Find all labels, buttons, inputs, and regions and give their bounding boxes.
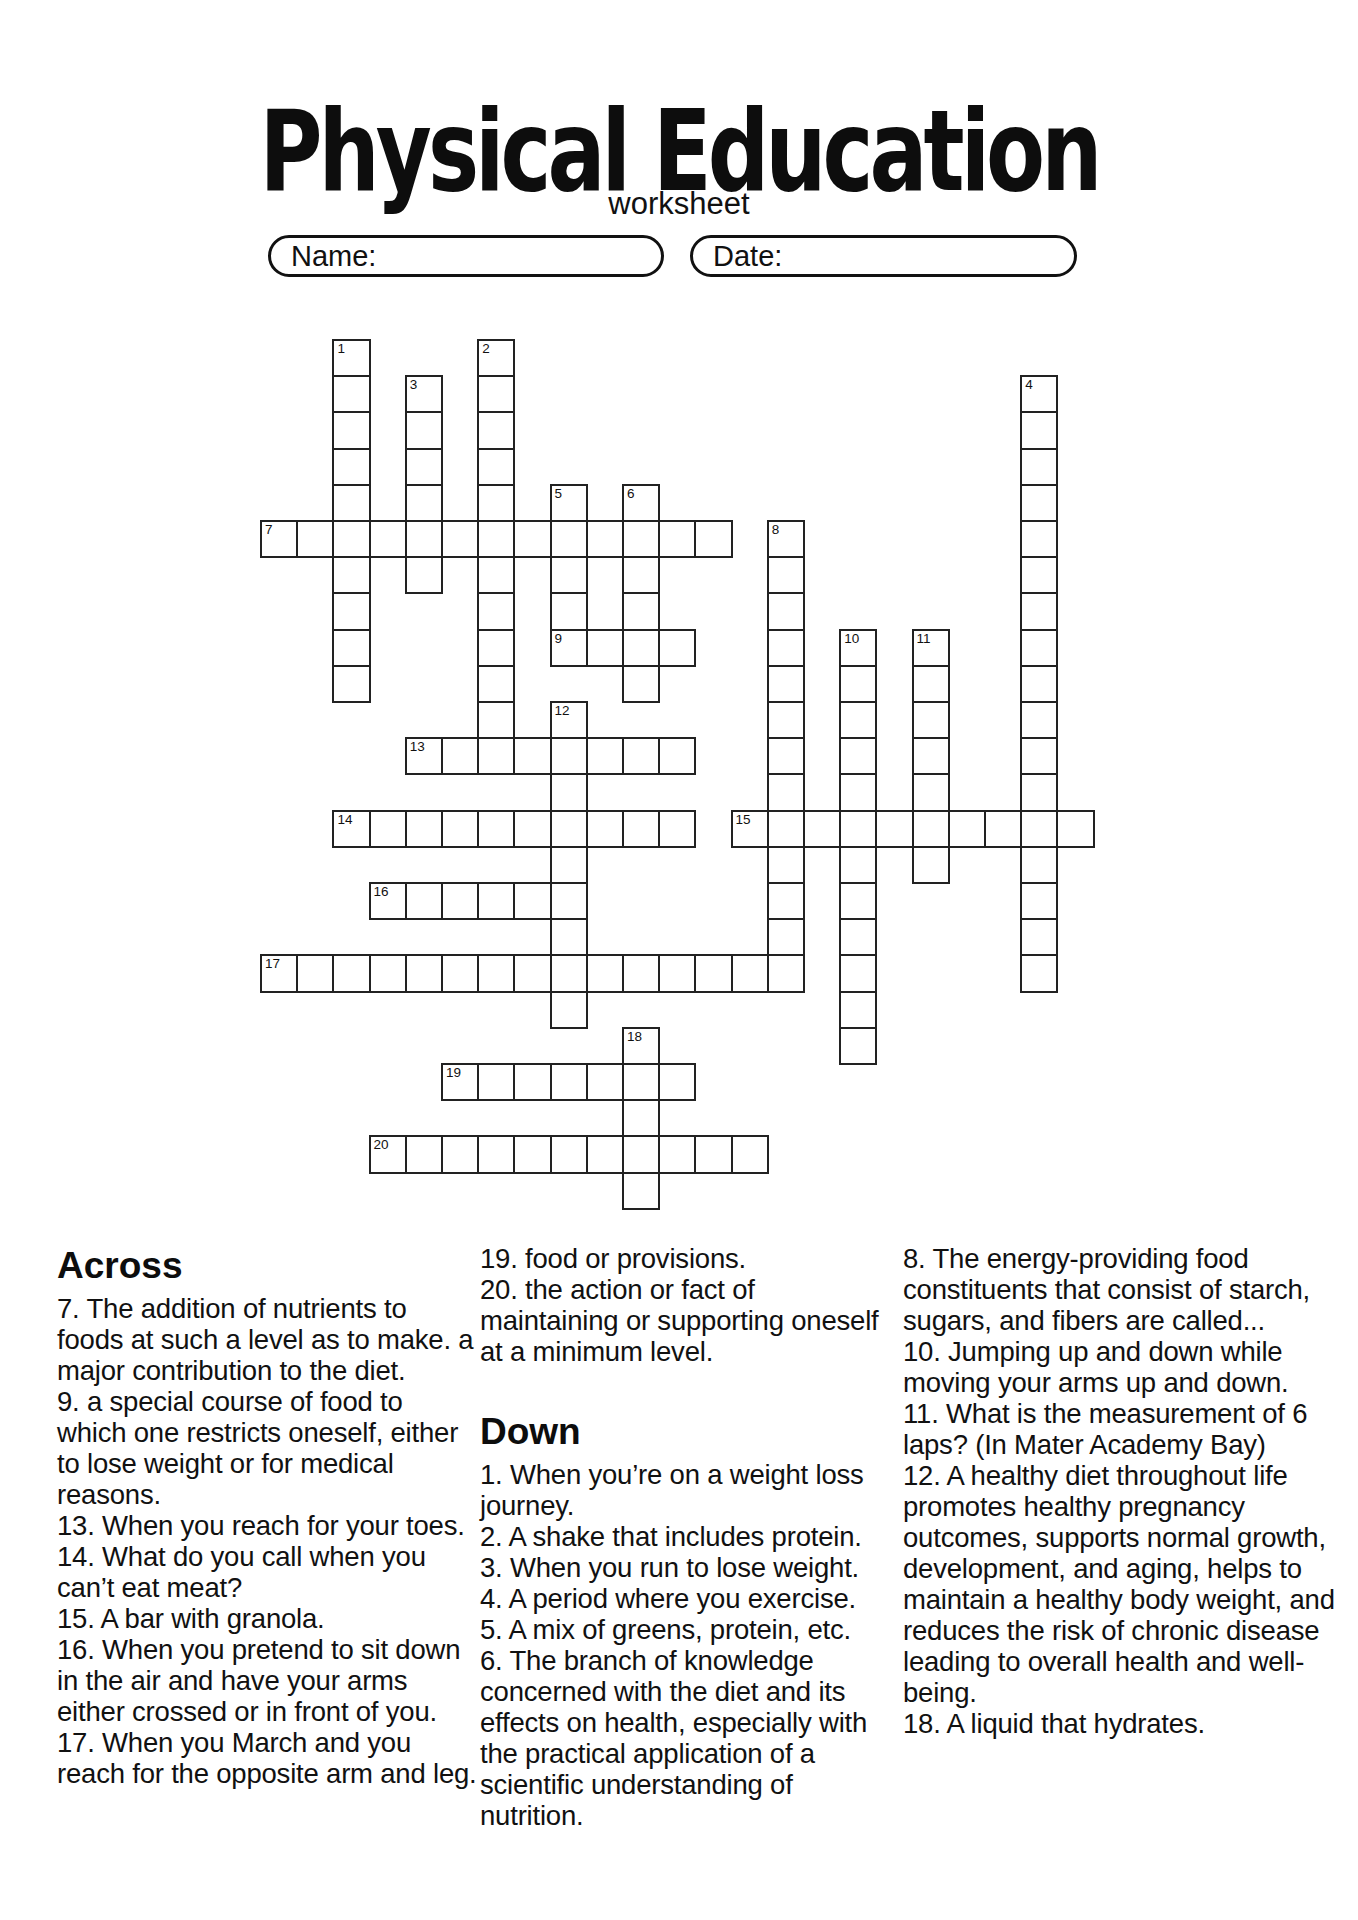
grid-cell[interactable] — [477, 375, 515, 413]
grid-cell[interactable] — [369, 954, 407, 992]
clue-number: 8 — [772, 522, 780, 537]
grid-cell[interactable] — [658, 737, 696, 775]
grid-cell[interactable] — [622, 1063, 660, 1101]
grid-cell[interactable] — [405, 484, 443, 522]
clue: 15. A bar with granola. — [57, 1603, 477, 1634]
grid-cell[interactable] — [441, 737, 479, 775]
grid-cell[interactable] — [369, 520, 407, 558]
grid-cell[interactable] — [550, 520, 588, 558]
grid-cell[interactable] — [550, 737, 588, 775]
grid-cell[interactable] — [477, 737, 515, 775]
grid-cell[interactable] — [767, 592, 805, 630]
grid-cell[interactable] — [477, 484, 515, 522]
grid-cell[interactable] — [658, 1063, 696, 1101]
clue-number: 9 — [555, 631, 563, 646]
grid-cell[interactable] — [477, 1063, 515, 1101]
grid-cell[interactable] — [1020, 918, 1058, 956]
worksheet-page: Physical Education worksheet Name: Date:… — [0, 0, 1358, 1920]
grid-cell[interactable] — [622, 520, 660, 558]
grid-cell[interactable] — [477, 629, 515, 667]
clue-number: 2 — [482, 341, 490, 356]
grid-cell[interactable]: 14 — [332, 810, 370, 848]
clue-block: Down1. When you’re on a weight loss jour… — [480, 1409, 880, 1831]
grid-cell[interactable] — [622, 1135, 660, 1173]
clue: 5. A mix of greens, protein, etc. — [480, 1614, 880, 1645]
clue-number: 18 — [627, 1029, 642, 1044]
grid-cell[interactable]: 6 — [622, 484, 660, 522]
grid-cell[interactable] — [767, 918, 805, 956]
grid-cell[interactable] — [1020, 556, 1058, 594]
grid-cell[interactable] — [332, 556, 370, 594]
grid-cell[interactable] — [296, 954, 334, 992]
grid-cell[interactable] — [477, 810, 515, 848]
clue: 17. When you March and you reach for the… — [57, 1727, 477, 1789]
grid-cell[interactable] — [622, 1172, 660, 1210]
grid-cell[interactable] — [912, 665, 950, 703]
grid-cell[interactable] — [1020, 846, 1058, 884]
grid-cell[interactable] — [586, 954, 624, 992]
grid-cell[interactable] — [405, 556, 443, 594]
clue-number: 19 — [446, 1065, 461, 1080]
clue: 14. What do you call when you can’t eat … — [57, 1541, 477, 1603]
clue-number: 17 — [265, 956, 280, 971]
grid-cell[interactable] — [332, 411, 370, 449]
clue-number: 20 — [374, 1137, 389, 1152]
name-field[interactable]: Name: — [268, 235, 664, 277]
grid-cell[interactable] — [477, 448, 515, 486]
clue-number: 15 — [736, 812, 751, 827]
grid-cell[interactable]: 1 — [332, 339, 370, 377]
clue-column: Across7. The addition of nutrients to fo… — [57, 1243, 477, 1789]
grid-cell[interactable] — [839, 1027, 877, 1065]
clue: 11. What is the measurement of 6 laps? (… — [903, 1398, 1337, 1460]
grid-cell[interactable] — [550, 1135, 588, 1173]
grid-cell[interactable] — [1020, 592, 1058, 630]
clue: 12. A healthy diet throughout life promo… — [903, 1460, 1337, 1708]
grid-cell[interactable] — [441, 810, 479, 848]
name-label: Name: — [271, 238, 376, 275]
grid-cell[interactable] — [332, 954, 370, 992]
grid-cell[interactable] — [477, 411, 515, 449]
grid-cell[interactable] — [477, 520, 515, 558]
grid-cell[interactable] — [622, 556, 660, 594]
grid-cell[interactable]: 18 — [622, 1027, 660, 1065]
clue-number: 12 — [555, 703, 570, 718]
grid-cell[interactable] — [731, 1135, 769, 1173]
grid-cell[interactable] — [513, 882, 551, 920]
grid-cell[interactable] — [622, 737, 660, 775]
grid-cell[interactable] — [658, 1135, 696, 1173]
grid-cell[interactable] — [332, 448, 370, 486]
grid-cell[interactable] — [1020, 484, 1058, 522]
grid-cell[interactable] — [948, 810, 986, 848]
grid-cell[interactable]: 4 — [1020, 375, 1058, 413]
grid-cell[interactable] — [1020, 810, 1058, 848]
date-label: Date: — [693, 238, 782, 275]
grid-cell[interactable] — [839, 954, 877, 992]
clue-number: 5 — [555, 486, 563, 501]
grid-cell[interactable] — [622, 1099, 660, 1137]
grid-cell[interactable] — [550, 556, 588, 594]
clue-number: 14 — [337, 812, 352, 827]
grid-cell[interactable] — [1020, 665, 1058, 703]
grid-cell[interactable]: 7 — [260, 520, 298, 558]
grid-cell[interactable] — [550, 773, 588, 811]
grid-cell[interactable] — [1020, 629, 1058, 667]
grid-cell[interactable]: 15 — [731, 810, 769, 848]
grid-cell[interactable] — [984, 810, 1022, 848]
grid-cell[interactable] — [767, 773, 805, 811]
clue-number: 11 — [917, 631, 931, 646]
grid-cell[interactable] — [622, 810, 660, 848]
grid-cell[interactable] — [513, 1135, 551, 1173]
grid-cell[interactable] — [912, 737, 950, 775]
grid-cell[interactable]: 20 — [369, 1135, 407, 1173]
grid-cell[interactable] — [405, 882, 443, 920]
grid-cell[interactable] — [477, 1135, 515, 1173]
grid-cell[interactable] — [767, 629, 805, 667]
grid-cell[interactable] — [1020, 448, 1058, 486]
grid-cell[interactable] — [586, 520, 624, 558]
clue-block: 8. The energy-providing food constituent… — [903, 1243, 1337, 1739]
grid-cell[interactable] — [839, 810, 877, 848]
grid-cell[interactable] — [550, 954, 588, 992]
grid-cell[interactable] — [839, 665, 877, 703]
grid-cell[interactable] — [658, 520, 696, 558]
grid-cell[interactable] — [912, 810, 950, 848]
grid-cell[interactable] — [1056, 810, 1094, 848]
grid-cell[interactable]: 17 — [260, 954, 298, 992]
grid-cell[interactable] — [586, 1135, 624, 1173]
grid-cell[interactable] — [1020, 411, 1058, 449]
grid-cell[interactable] — [839, 918, 877, 956]
grid-cell[interactable]: 8 — [767, 520, 805, 558]
grid-cell[interactable] — [694, 1135, 732, 1173]
grid-cell[interactable] — [477, 556, 515, 594]
grid-cell[interactable] — [550, 1063, 588, 1101]
grid-cell[interactable]: 10 — [839, 629, 877, 667]
grid-cell[interactable] — [622, 592, 660, 630]
grid-cell[interactable] — [477, 882, 515, 920]
grid-cell[interactable] — [441, 1135, 479, 1173]
grid-cell[interactable] — [1020, 954, 1058, 992]
clue: 20. the action or fact of maintaining or… — [480, 1274, 880, 1367]
grid-cell[interactable] — [694, 520, 732, 558]
grid-cell[interactable] — [441, 520, 479, 558]
grid-cell[interactable] — [839, 701, 877, 739]
grid-cell[interactable] — [405, 810, 443, 848]
grid-cell[interactable] — [332, 484, 370, 522]
clue-block: Across7. The addition of nutrients to fo… — [57, 1243, 477, 1789]
grid-cell[interactable] — [622, 665, 660, 703]
grid-cell[interactable] — [767, 701, 805, 739]
clue: 18. A liquid that hydrates. — [903, 1708, 1337, 1739]
grid-cell[interactable] — [767, 882, 805, 920]
grid-cell[interactable] — [767, 737, 805, 775]
clue: 16. When you pretend to sit down in the … — [57, 1634, 477, 1727]
clue-block: 19. food or provisions.20. the action or… — [480, 1243, 880, 1367]
grid-cell[interactable] — [513, 737, 551, 775]
clue-number: 6 — [627, 486, 635, 501]
clue-number: 4 — [1025, 377, 1033, 392]
grid-cell[interactable] — [658, 954, 696, 992]
grid-cell[interactable]: 11 — [912, 629, 950, 667]
grid-cell[interactable] — [550, 918, 588, 956]
grid-cell[interactable] — [513, 810, 551, 848]
grid-cell[interactable] — [405, 1135, 443, 1173]
grid-cell[interactable] — [767, 665, 805, 703]
grid-cell[interactable] — [441, 954, 479, 992]
clue-number: 1 — [337, 341, 345, 356]
grid-cell[interactable] — [332, 375, 370, 413]
grid-cell[interactable] — [586, 810, 624, 848]
grid-cell[interactable] — [1020, 701, 1058, 739]
grid-cell[interactable] — [839, 991, 877, 1029]
grid-cell[interactable] — [767, 846, 805, 884]
grid-cell[interactable]: 3 — [405, 375, 443, 413]
date-field[interactable]: Date: — [690, 235, 1077, 277]
grid-cell[interactable] — [839, 773, 877, 811]
grid-cell[interactable] — [731, 954, 769, 992]
grid-cell[interactable]: 16 — [369, 882, 407, 920]
grid-cell[interactable] — [586, 629, 624, 667]
grid-cell[interactable]: 5 — [550, 484, 588, 522]
grid-cell[interactable] — [550, 810, 588, 848]
clue-number: 7 — [265, 522, 273, 537]
grid-cell[interactable] — [332, 520, 370, 558]
grid-cell[interactable] — [586, 1063, 624, 1101]
grid-cell[interactable] — [405, 411, 443, 449]
clue: 9. a special course of food to which one… — [57, 1386, 477, 1510]
grid-cell[interactable] — [405, 954, 443, 992]
clue: 3. When you run to lose weight. — [480, 1552, 880, 1583]
grid-cell[interactable] — [912, 773, 950, 811]
grid-cell[interactable] — [912, 846, 950, 884]
grid-cell[interactable]: 13 — [405, 737, 443, 775]
clue: 8. The energy-providing food constituent… — [903, 1243, 1337, 1336]
clue: 6. The branch of knowledge concerned wit… — [480, 1645, 880, 1831]
clue-number: 10 — [844, 631, 859, 646]
grid-cell[interactable] — [332, 665, 370, 703]
clue-number: 3 — [410, 377, 418, 392]
clue: 1. When you’re on a weight loss journey. — [480, 1459, 880, 1521]
grid-cell[interactable] — [513, 1063, 551, 1101]
clue: 7. The addition of nutrients to foods at… — [57, 1293, 477, 1386]
clue: 13. When you reach for your toes. — [57, 1510, 477, 1541]
grid-cell[interactable] — [477, 665, 515, 703]
grid-cell[interactable] — [875, 810, 913, 848]
grid-cell[interactable] — [1020, 737, 1058, 775]
clue-column: 19. food or provisions.20. the action or… — [480, 1243, 880, 1831]
grid-cell[interactable] — [513, 520, 551, 558]
crossword-grid: 1234567891011121314151617181920 — [260, 339, 1094, 1210]
grid-cell[interactable] — [296, 520, 334, 558]
grid-cell[interactable]: 12 — [550, 701, 588, 739]
grid-cell[interactable] — [622, 629, 660, 667]
grid-cell[interactable] — [767, 556, 805, 594]
clue: 19. food or provisions. — [480, 1243, 880, 1274]
clue: 4. A period where you exercise. — [480, 1583, 880, 1614]
grid-cell[interactable] — [550, 882, 588, 920]
grid-cell[interactable] — [441, 882, 479, 920]
grid-cell[interactable] — [369, 810, 407, 848]
grid-cell[interactable] — [332, 592, 370, 630]
grid-cell[interactable] — [803, 810, 841, 848]
grid-cell[interactable]: 9 — [550, 629, 588, 667]
grid-cell[interactable] — [1020, 773, 1058, 811]
grid-cell[interactable] — [767, 810, 805, 848]
clue-number: 16 — [374, 884, 389, 899]
grid-cell[interactable] — [839, 846, 877, 884]
grid-cell[interactable] — [1020, 882, 1058, 920]
grid-cell[interactable] — [658, 629, 696, 667]
grid-cell[interactable] — [477, 954, 515, 992]
grid-cell[interactable] — [694, 954, 732, 992]
clue: 10. Jumping up and down while moving you… — [903, 1336, 1337, 1398]
grid-cell[interactable] — [332, 629, 370, 667]
grid-cell[interactable] — [513, 954, 551, 992]
grid-cell[interactable] — [1020, 520, 1058, 558]
grid-cell[interactable]: 19 — [441, 1063, 479, 1101]
grid-cell[interactable] — [586, 737, 624, 775]
grid-cell[interactable] — [658, 810, 696, 848]
page-subtitle: worksheet — [0, 186, 1358, 222]
clue-list-header: Across — [57, 1243, 477, 1289]
clue-column: 8. The energy-providing food constituent… — [903, 1243, 1337, 1739]
grid-cell[interactable] — [477, 592, 515, 630]
grid-cell[interactable] — [767, 954, 805, 992]
grid-cell[interactable] — [550, 846, 588, 884]
grid-cell[interactable] — [550, 991, 588, 1029]
grid-cell[interactable] — [405, 520, 443, 558]
clue: 2. A shake that includes protein. — [480, 1521, 880, 1552]
grid-cell[interactable] — [839, 737, 877, 775]
clue-list-header: Down — [480, 1409, 880, 1455]
grid-cell[interactable] — [622, 954, 660, 992]
grid-cell[interactable]: 2 — [477, 339, 515, 377]
grid-cell[interactable] — [405, 448, 443, 486]
grid-cell[interactable] — [477, 701, 515, 739]
grid-cell[interactable] — [839, 882, 877, 920]
grid-cell[interactable] — [912, 701, 950, 739]
clue-number: 13 — [410, 739, 425, 754]
grid-cell[interactable] — [550, 592, 588, 630]
